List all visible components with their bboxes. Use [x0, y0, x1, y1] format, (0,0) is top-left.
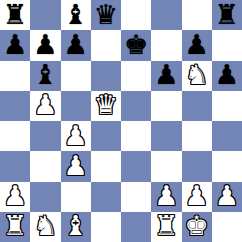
square-a6[interactable] — [0, 61, 30, 91]
black-pawn: ♟ — [215, 61, 239, 88]
white-pawn: ♟ — [154, 182, 178, 209]
white-rook: ♜ — [154, 212, 178, 239]
square-c4[interactable]: ♟ — [61, 121, 91, 151]
square-h3[interactable] — [212, 151, 242, 181]
square-h5[interactable] — [212, 91, 242, 121]
square-f5[interactable] — [151, 91, 181, 121]
square-g1[interactable]: ♚ — [182, 212, 212, 242]
white-pawn: ♟ — [64, 122, 88, 149]
black-king: ♚ — [124, 31, 148, 58]
square-d6[interactable] — [91, 61, 121, 91]
square-b2[interactable] — [30, 182, 60, 212]
square-a1[interactable]: ♜ — [0, 212, 30, 242]
square-d3[interactable] — [91, 151, 121, 181]
square-e2[interactable] — [121, 182, 151, 212]
white-bishop: ♝ — [64, 212, 88, 239]
square-h7[interactable] — [212, 30, 242, 60]
square-e1[interactable] — [121, 212, 151, 242]
square-c8[interactable]: ♝ — [61, 0, 91, 30]
square-d7[interactable] — [91, 30, 121, 60]
square-f4[interactable] — [151, 121, 181, 151]
square-d4[interactable] — [91, 121, 121, 151]
square-f7[interactable] — [151, 30, 181, 60]
square-a4[interactable] — [0, 121, 30, 151]
white-pawn: ♟ — [64, 152, 88, 179]
black-pawn: ♟ — [185, 31, 209, 58]
square-d2[interactable] — [91, 182, 121, 212]
square-b7[interactable]: ♟ — [30, 30, 60, 60]
white-queen: ♛ — [94, 91, 118, 118]
square-b1[interactable]: ♞ — [30, 212, 60, 242]
square-f2[interactable]: ♟ — [151, 182, 181, 212]
square-a8[interactable]: ♜ — [0, 0, 30, 30]
square-d5[interactable]: ♛ — [91, 91, 121, 121]
white-rook: ♜ — [3, 212, 27, 239]
white-pawn: ♟ — [3, 182, 27, 209]
square-e7[interactable]: ♚ — [121, 30, 151, 60]
square-c7[interactable]: ♟ — [61, 30, 91, 60]
square-g8[interactable] — [182, 0, 212, 30]
black-pawn: ♟ — [3, 31, 27, 58]
square-a3[interactable] — [0, 151, 30, 181]
square-g4[interactable] — [182, 121, 212, 151]
square-g3[interactable] — [182, 151, 212, 181]
square-g7[interactable]: ♟ — [182, 30, 212, 60]
square-b5[interactable]: ♟ — [30, 91, 60, 121]
black-queen: ♛ — [94, 1, 118, 28]
square-f8[interactable] — [151, 0, 181, 30]
square-f3[interactable] — [151, 151, 181, 181]
square-c2[interactable] — [61, 182, 91, 212]
square-a5[interactable] — [0, 91, 30, 121]
square-h4[interactable] — [212, 121, 242, 151]
white-pawn: ♟ — [33, 91, 57, 118]
black-pawn: ♟ — [33, 31, 57, 58]
square-c3[interactable]: ♟ — [61, 151, 91, 181]
square-g6[interactable]: ♞ — [182, 61, 212, 91]
white-knight: ♞ — [33, 212, 57, 239]
square-b4[interactable] — [30, 121, 60, 151]
square-a7[interactable]: ♟ — [0, 30, 30, 60]
square-e3[interactable] — [121, 151, 151, 181]
chess-board: ♜♝♛♜♟♟♟♚♟♝♟♞♟♟♛♟♟♟♟♟♟♜♞♝♜♚ — [0, 0, 242, 242]
square-h1[interactable] — [212, 212, 242, 242]
square-g5[interactable] — [182, 91, 212, 121]
white-pawn: ♟ — [185, 182, 209, 209]
black-rook: ♜ — [3, 1, 27, 28]
white-king: ♚ — [185, 212, 209, 239]
square-h6[interactable]: ♟ — [212, 61, 242, 91]
black-pawn: ♟ — [64, 31, 88, 58]
square-e8[interactable] — [121, 0, 151, 30]
square-d8[interactable]: ♛ — [91, 0, 121, 30]
square-g2[interactable]: ♟ — [182, 182, 212, 212]
square-c5[interactable] — [61, 91, 91, 121]
square-f1[interactable]: ♜ — [151, 212, 181, 242]
square-a2[interactable]: ♟ — [0, 182, 30, 212]
square-c6[interactable] — [61, 61, 91, 91]
square-b3[interactable] — [30, 151, 60, 181]
square-e5[interactable] — [121, 91, 151, 121]
square-b8[interactable] — [30, 0, 60, 30]
square-e6[interactable] — [121, 61, 151, 91]
square-h8[interactable]: ♜ — [212, 0, 242, 30]
square-e4[interactable] — [121, 121, 151, 151]
square-c1[interactable]: ♝ — [61, 212, 91, 242]
black-pawn: ♟ — [154, 61, 178, 88]
black-bishop: ♝ — [64, 1, 88, 28]
square-f6[interactable]: ♟ — [151, 61, 181, 91]
square-b6[interactable]: ♝ — [30, 61, 60, 91]
square-h2[interactable]: ♟ — [212, 182, 242, 212]
white-knight: ♞ — [185, 61, 209, 88]
black-rook: ♜ — [215, 1, 239, 28]
black-bishop: ♝ — [33, 61, 57, 88]
square-d1[interactable] — [91, 212, 121, 242]
white-pawn: ♟ — [215, 182, 239, 209]
